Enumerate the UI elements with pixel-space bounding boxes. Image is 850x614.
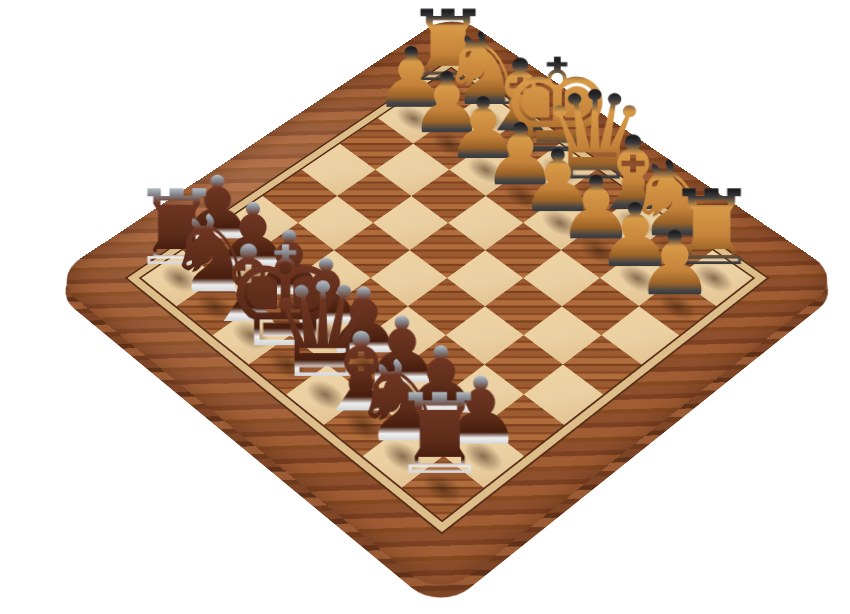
piece-white-rook[interactable]: ♜ bbox=[354, 379, 525, 490]
board-margin: ♜♞♝♚♛♝♞♜♟♟♟♟♟♟♟♟♟♟♟♟♟♟♟♟♜♞♝♚♛♝♞♜ bbox=[51, 12, 843, 599]
chess-board: ♜♞♝♚♛♝♞♜♟♟♟♟♟♟♟♟♟♟♟♟♟♟♟♟♜♞♝♚♛♝♞♜ bbox=[51, 12, 843, 599]
square-f5[interactable] bbox=[373, 196, 448, 250]
playing-area: ♜♞♝♚♛♝♞♜♟♟♟♟♟♟♟♟♟♟♟♟♟♟♟♟♜♞♝♚♛♝♞♜ bbox=[142, 69, 753, 520]
piece-black-pawn[interactable]: ♟ bbox=[594, 220, 756, 309]
square-a1[interactable]: ♜ bbox=[402, 456, 484, 520]
photo-scene: ♜♞♝♚♛♝♞♜♟♟♟♟♟♟♟♟♟♟♟♟♟♟♟♟♜♞♝♚♛♝♞♜ bbox=[0, 0, 850, 614]
